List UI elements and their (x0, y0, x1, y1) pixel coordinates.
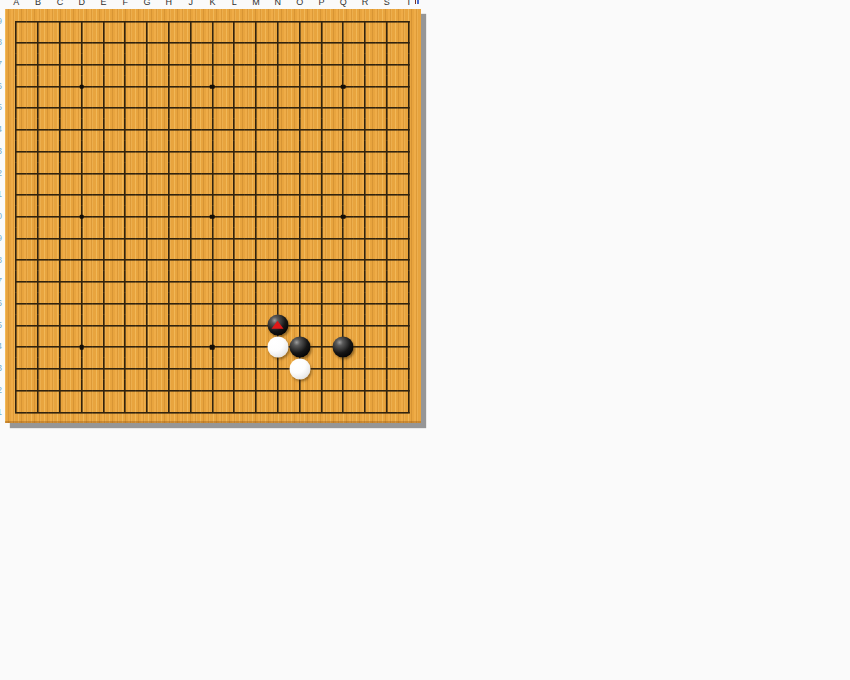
board-cell[interactable] (114, 315, 136, 337)
board-cell[interactable] (93, 141, 115, 163)
board-cell[interactable] (71, 315, 93, 337)
board-cell[interactable] (245, 163, 267, 185)
board-cell[interactable] (354, 315, 376, 337)
board-cell[interactable] (93, 206, 115, 228)
board-cell[interactable] (289, 76, 311, 98)
board-cell[interactable] (289, 11, 311, 33)
board-cell[interactable] (158, 358, 180, 380)
board-cell[interactable] (267, 184, 289, 206)
board-cell[interactable] (376, 32, 398, 54)
board-cell[interactable] (354, 11, 376, 33)
board-cell[interactable] (354, 271, 376, 293)
board-cell[interactable] (311, 293, 333, 315)
board-cell[interactable] (27, 293, 49, 315)
board-cell[interactable] (27, 76, 49, 98)
board-cell[interactable] (202, 336, 224, 358)
board-cell[interactable] (49, 228, 71, 250)
board-cell[interactable] (354, 141, 376, 163)
board-cell[interactable] (136, 293, 158, 315)
board-cell[interactable] (376, 249, 398, 271)
board-cell[interactable] (27, 228, 49, 250)
board-cell[interactable] (354, 184, 376, 206)
board-cell[interactable] (289, 228, 311, 250)
board-cell[interactable] (223, 76, 245, 98)
board-cell[interactable] (223, 119, 245, 141)
board-cell[interactable] (180, 315, 202, 337)
board-cell[interactable] (223, 184, 245, 206)
board-cell[interactable] (71, 206, 93, 228)
board-cell[interactable] (223, 315, 245, 337)
board-cell[interactable] (245, 11, 267, 33)
board-cell[interactable] (332, 97, 354, 119)
board-cell[interactable] (332, 54, 354, 76)
board-cell[interactable] (93, 271, 115, 293)
board-cell[interactable] (202, 271, 224, 293)
board-cell[interactable] (136, 336, 158, 358)
board-cell[interactable] (114, 97, 136, 119)
board-cell[interactable] (267, 11, 289, 33)
board-cell[interactable] (398, 401, 420, 423)
board-cell[interactable] (398, 206, 420, 228)
board-cell[interactable] (49, 32, 71, 54)
board-cell[interactable] (71, 271, 93, 293)
board-cell[interactable] (158, 336, 180, 358)
board-cell[interactable] (245, 380, 267, 402)
board-cell[interactable] (49, 336, 71, 358)
board-cell[interactable] (180, 293, 202, 315)
board-cell[interactable] (245, 228, 267, 250)
board-cell[interactable] (180, 76, 202, 98)
board-cell[interactable] (289, 401, 311, 423)
board-cell[interactable] (311, 358, 333, 380)
board-cell[interactable] (332, 184, 354, 206)
board-cell[interactable] (27, 315, 49, 337)
board-cell[interactable] (158, 11, 180, 33)
board-cell[interactable] (180, 97, 202, 119)
board-cell[interactable] (202, 163, 224, 185)
board-cell[interactable] (202, 32, 224, 54)
board-cell[interactable] (5, 206, 27, 228)
board-cell[interactable] (136, 184, 158, 206)
board-cell[interactable] (71, 336, 93, 358)
board-cell[interactable] (49, 271, 71, 293)
board-cell[interactable] (245, 76, 267, 98)
board-cell[interactable] (332, 141, 354, 163)
board-cell[interactable] (158, 141, 180, 163)
board-cell[interactable] (180, 163, 202, 185)
board-cell[interactable] (27, 32, 49, 54)
board-cell[interactable] (376, 206, 398, 228)
board-cell[interactable] (136, 401, 158, 423)
board-cell[interactable] (158, 119, 180, 141)
board-cell[interactable] (245, 141, 267, 163)
board-cell[interactable] (180, 206, 202, 228)
board-cell[interactable] (5, 119, 27, 141)
board-cell[interactable] (289, 315, 311, 337)
board-cell[interactable] (114, 228, 136, 250)
board-cell[interactable] (158, 97, 180, 119)
board-cell[interactable] (71, 11, 93, 33)
board-cell[interactable] (223, 206, 245, 228)
board-cell[interactable] (93, 401, 115, 423)
board-cell[interactable] (49, 401, 71, 423)
board-cell[interactable] (93, 119, 115, 141)
board-cell[interactable] (27, 271, 49, 293)
board-cell[interactable] (311, 184, 333, 206)
board-cell[interactable] (202, 249, 224, 271)
board-cell[interactable] (354, 206, 376, 228)
board-cell[interactable] (289, 32, 311, 54)
board-cell[interactable] (223, 11, 245, 33)
board-cell[interactable] (93, 315, 115, 337)
board-cell[interactable] (136, 315, 158, 337)
board-cell[interactable] (311, 206, 333, 228)
board-cell[interactable] (398, 184, 420, 206)
board-cell[interactable] (245, 54, 267, 76)
board-cell[interactable] (49, 141, 71, 163)
board-cell[interactable] (136, 11, 158, 33)
board-cell[interactable] (398, 54, 420, 76)
board-cell[interactable] (398, 141, 420, 163)
board-cell[interactable] (354, 97, 376, 119)
board-cell[interactable] (5, 32, 27, 54)
board-cell[interactable] (267, 336, 289, 358)
board-cell[interactable] (245, 401, 267, 423)
board-cell[interactable] (245, 119, 267, 141)
board-cell[interactable] (267, 401, 289, 423)
board-cell[interactable] (49, 119, 71, 141)
board-cell[interactable] (354, 54, 376, 76)
board-cell[interactable] (376, 163, 398, 185)
board-cell[interactable] (223, 271, 245, 293)
board-cell[interactable] (5, 358, 27, 380)
board-cell[interactable] (114, 401, 136, 423)
board-cell[interactable] (311, 315, 333, 337)
board-cell[interactable] (245, 315, 267, 337)
board-cell[interactable] (5, 293, 27, 315)
board-cell[interactable] (49, 315, 71, 337)
board-cell[interactable] (49, 380, 71, 402)
board-cell[interactable] (114, 11, 136, 33)
board-cell[interactable] (27, 206, 49, 228)
board-cell[interactable] (158, 54, 180, 76)
board-cell[interactable] (93, 54, 115, 76)
board-cell[interactable] (311, 271, 333, 293)
board-cell[interactable] (136, 163, 158, 185)
board-cell[interactable] (202, 380, 224, 402)
board-cell[interactable] (267, 76, 289, 98)
board-cell[interactable] (27, 119, 49, 141)
board-cell[interactable] (245, 184, 267, 206)
board-cell[interactable] (158, 293, 180, 315)
board-cell[interactable] (311, 228, 333, 250)
board-cell[interactable] (71, 97, 93, 119)
board-cell[interactable] (376, 184, 398, 206)
board-cell[interactable] (114, 336, 136, 358)
board-cell[interactable] (267, 380, 289, 402)
board-cell[interactable] (93, 249, 115, 271)
board-cell[interactable] (180, 380, 202, 402)
board-cell[interactable] (180, 184, 202, 206)
board-cell[interactable] (332, 401, 354, 423)
board-cell[interactable] (49, 184, 71, 206)
board-cell[interactable] (398, 293, 420, 315)
board-cell[interactable] (93, 76, 115, 98)
board-cell[interactable] (27, 184, 49, 206)
board-cell[interactable] (289, 358, 311, 380)
board-cell[interactable] (202, 206, 224, 228)
board-cell[interactable] (223, 54, 245, 76)
board-cell[interactable] (5, 271, 27, 293)
board-cell[interactable] (332, 271, 354, 293)
board-cell[interactable] (5, 141, 27, 163)
board-cell[interactable] (311, 249, 333, 271)
board-cell[interactable] (311, 336, 333, 358)
board-cell[interactable] (202, 401, 224, 423)
board-cell[interactable] (398, 163, 420, 185)
board-cell[interactable] (289, 163, 311, 185)
board-cell[interactable] (202, 184, 224, 206)
board-cell[interactable] (267, 249, 289, 271)
board-cell[interactable] (376, 380, 398, 402)
board-cell[interactable] (180, 401, 202, 423)
board-cell[interactable] (71, 76, 93, 98)
board-cell[interactable] (245, 249, 267, 271)
board-cell[interactable] (332, 228, 354, 250)
board-cell[interactable] (332, 358, 354, 380)
board-cell[interactable] (267, 271, 289, 293)
board-cell[interactable] (202, 358, 224, 380)
board-cell[interactable] (398, 11, 420, 33)
board-cell[interactable] (202, 141, 224, 163)
board-cell[interactable] (376, 97, 398, 119)
board-cell[interactable] (158, 228, 180, 250)
board-cell[interactable] (354, 228, 376, 250)
board-cell[interactable] (136, 32, 158, 54)
board-cell[interactable] (93, 32, 115, 54)
board-cell[interactable] (354, 119, 376, 141)
board-cell[interactable] (311, 32, 333, 54)
board-cell[interactable] (376, 141, 398, 163)
board-cell[interactable] (267, 293, 289, 315)
board-cell[interactable] (49, 293, 71, 315)
board-cell[interactable] (93, 293, 115, 315)
board-cell[interactable] (332, 249, 354, 271)
board-cell[interactable] (27, 54, 49, 76)
board-cell[interactable] (376, 336, 398, 358)
board-cell[interactable] (114, 184, 136, 206)
board-cell[interactable] (311, 97, 333, 119)
board-cell[interactable] (202, 11, 224, 33)
board-cell[interactable] (5, 228, 27, 250)
board-cell[interactable] (398, 336, 420, 358)
board-cell[interactable] (398, 228, 420, 250)
board-cell[interactable] (223, 358, 245, 380)
board-cell[interactable] (202, 315, 224, 337)
board-cell[interactable] (332, 206, 354, 228)
board-cell[interactable] (114, 249, 136, 271)
board-cell[interactable] (376, 76, 398, 98)
board-cell[interactable] (71, 141, 93, 163)
board-cell[interactable] (71, 358, 93, 380)
board-cell[interactable] (332, 293, 354, 315)
board-cell[interactable] (180, 249, 202, 271)
board-cell[interactable] (202, 97, 224, 119)
board-cell[interactable] (223, 228, 245, 250)
board-cell[interactable] (267, 163, 289, 185)
board-cell[interactable] (376, 401, 398, 423)
board-cell[interactable] (223, 141, 245, 163)
board-cell[interactable] (136, 76, 158, 98)
board-cell[interactable] (398, 119, 420, 141)
board-cell[interactable] (289, 380, 311, 402)
board-cell[interactable] (180, 119, 202, 141)
board-cell[interactable] (223, 336, 245, 358)
board-cell[interactable] (245, 358, 267, 380)
board-cell[interactable] (267, 315, 289, 337)
board-cell[interactable] (223, 293, 245, 315)
board-cell[interactable] (267, 54, 289, 76)
board-cell[interactable] (245, 336, 267, 358)
board-cell[interactable] (114, 380, 136, 402)
board-cell[interactable] (376, 119, 398, 141)
board-cell[interactable] (311, 54, 333, 76)
board-cell[interactable] (311, 141, 333, 163)
board-cell[interactable] (311, 163, 333, 185)
board-cell[interactable] (136, 141, 158, 163)
board-cell[interactable] (223, 97, 245, 119)
board-cell[interactable] (93, 184, 115, 206)
board-cell[interactable] (289, 206, 311, 228)
board-cell[interactable] (245, 32, 267, 54)
board-cell[interactable] (49, 54, 71, 76)
board-cell[interactable] (5, 11, 27, 33)
board-cell[interactable] (202, 119, 224, 141)
board-cell[interactable] (354, 401, 376, 423)
board-cell[interactable] (158, 32, 180, 54)
board-cell[interactable] (289, 249, 311, 271)
board-cell[interactable] (354, 32, 376, 54)
board-cell[interactable] (202, 293, 224, 315)
board-cell[interactable] (93, 97, 115, 119)
board-cell[interactable] (27, 141, 49, 163)
board-cell[interactable] (114, 358, 136, 380)
board-cell[interactable] (5, 97, 27, 119)
board-cell[interactable] (267, 358, 289, 380)
board-cell[interactable] (354, 76, 376, 98)
board-cell[interactable] (27, 336, 49, 358)
board-cell[interactable] (27, 97, 49, 119)
board-cell[interactable] (5, 163, 27, 185)
board-cell[interactable] (93, 336, 115, 358)
board-cell[interactable] (376, 11, 398, 33)
board-cell[interactable] (114, 54, 136, 76)
board-cell[interactable] (49, 11, 71, 33)
board-cell[interactable] (49, 97, 71, 119)
board-cell[interactable] (311, 11, 333, 33)
board-cell[interactable] (289, 141, 311, 163)
board-cell[interactable] (49, 76, 71, 98)
board-cell[interactable] (223, 401, 245, 423)
board-cell[interactable] (332, 163, 354, 185)
board-cell[interactable] (398, 32, 420, 54)
board-cell[interactable] (71, 119, 93, 141)
board-cell[interactable] (376, 228, 398, 250)
board-cell[interactable] (245, 97, 267, 119)
board-cell[interactable] (5, 315, 27, 337)
board-cell[interactable] (27, 380, 49, 402)
board-cell[interactable] (27, 401, 49, 423)
board-cell[interactable] (332, 76, 354, 98)
board-cell[interactable] (245, 293, 267, 315)
board-cell[interactable] (267, 228, 289, 250)
board-cell[interactable] (267, 32, 289, 54)
board-cell[interactable] (332, 119, 354, 141)
board-cell[interactable] (5, 401, 27, 423)
board-cell[interactable] (376, 293, 398, 315)
board-cell[interactable] (71, 228, 93, 250)
board-cell[interactable] (332, 32, 354, 54)
board-cell[interactable] (376, 54, 398, 76)
board-cell[interactable] (267, 97, 289, 119)
board-cell[interactable] (71, 249, 93, 271)
board-cell[interactable] (5, 76, 27, 98)
board-cell[interactable] (180, 32, 202, 54)
board-cell[interactable] (71, 401, 93, 423)
board-cell[interactable] (27, 163, 49, 185)
board-cell[interactable] (27, 249, 49, 271)
board-cell[interactable] (311, 76, 333, 98)
board-cell[interactable] (398, 358, 420, 380)
board-cell[interactable] (311, 401, 333, 423)
board-cell[interactable] (158, 249, 180, 271)
board-cell[interactable] (136, 54, 158, 76)
board-cell[interactable] (158, 380, 180, 402)
board-cell[interactable] (398, 97, 420, 119)
board-cell[interactable] (223, 380, 245, 402)
board-cell[interactable] (267, 119, 289, 141)
board-cell[interactable] (27, 358, 49, 380)
board-cell[interactable] (27, 11, 49, 33)
board-cell[interactable] (158, 206, 180, 228)
board-cell[interactable] (114, 32, 136, 54)
board-cell[interactable] (136, 249, 158, 271)
board-cell[interactable] (136, 119, 158, 141)
board-cell[interactable] (180, 11, 202, 33)
board-cell[interactable] (223, 163, 245, 185)
board-cell[interactable] (289, 293, 311, 315)
board-cell[interactable] (71, 380, 93, 402)
board-cell[interactable] (398, 249, 420, 271)
board-cell[interactable] (136, 380, 158, 402)
board-cell[interactable] (5, 54, 27, 76)
board-cell[interactable] (158, 184, 180, 206)
board-cell[interactable] (202, 228, 224, 250)
board-cell[interactable] (311, 380, 333, 402)
board-cell[interactable] (114, 206, 136, 228)
board-cell[interactable] (289, 119, 311, 141)
board-cell[interactable] (114, 141, 136, 163)
board-cell[interactable] (332, 315, 354, 337)
board-cell[interactable] (49, 206, 71, 228)
board-cell[interactable] (180, 336, 202, 358)
board-cell[interactable] (114, 271, 136, 293)
board-cell[interactable] (180, 271, 202, 293)
board-cell[interactable] (5, 249, 27, 271)
board-cell[interactable] (158, 271, 180, 293)
board-cell[interactable] (354, 358, 376, 380)
board-cell[interactable] (354, 336, 376, 358)
